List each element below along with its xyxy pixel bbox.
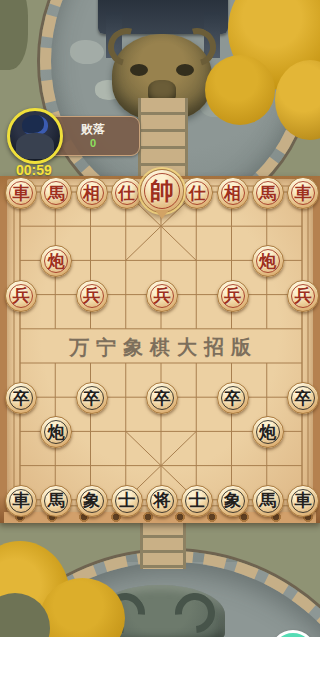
piece-ring	[291, 284, 315, 308]
piece-ring	[150, 489, 174, 513]
piece-red-炮[interactable]: 炮	[252, 245, 284, 277]
piece-black-車[interactable]: 車	[287, 485, 319, 517]
piece-red-相[interactable]: 相	[217, 177, 249, 209]
hedge	[0, 0, 28, 70]
piece-black-卒[interactable]: 卒	[76, 382, 108, 414]
piece-ring	[80, 489, 104, 513]
piece-black-象[interactable]: 象	[76, 485, 108, 517]
piece-ring	[256, 249, 280, 273]
piece-ring	[221, 489, 245, 513]
piece-ring	[221, 386, 245, 410]
piece-ring	[115, 489, 139, 513]
avatar-body-icon	[16, 133, 54, 159]
dragon-eye-icon	[176, 64, 194, 76]
piece-red-兵[interactable]: 兵	[5, 280, 37, 312]
piece-ring	[44, 489, 68, 513]
piece-black-士[interactable]: 士	[111, 485, 143, 517]
dragon-eye-icon	[130, 64, 148, 76]
piece-ring	[9, 181, 33, 205]
bottom-white-strip	[0, 637, 320, 693]
avatar-hair-icon	[22, 115, 48, 135]
piece-ring	[291, 181, 315, 205]
piece-ring	[80, 284, 104, 308]
stone-path-top	[138, 98, 188, 178]
piece-ring	[9, 489, 33, 513]
piece-red-兵[interactable]: 兵	[76, 280, 108, 312]
piece-ring	[9, 386, 33, 410]
piece-ring	[256, 489, 280, 513]
piece-ring	[144, 173, 180, 209]
piece-ring	[115, 181, 139, 205]
piece-black-卒[interactable]: 卒	[217, 382, 249, 414]
piece-red-兵[interactable]: 兵	[217, 280, 249, 312]
gate-structure	[98, 0, 228, 34]
piece-ring	[185, 489, 209, 513]
river-text: 万宁象棋大招版	[0, 334, 320, 361]
piece-black-士[interactable]: 士	[181, 485, 213, 517]
piece-red-仕[interactable]: 仕	[111, 177, 143, 209]
piece-black-卒[interactable]: 卒	[5, 382, 37, 414]
piece-ring	[256, 420, 280, 444]
player-score: 0	[90, 137, 96, 150]
piece-black-馬[interactable]: 馬	[252, 485, 284, 517]
piece-black-象[interactable]: 象	[217, 485, 249, 517]
piece-ring	[291, 489, 315, 513]
piece-ring	[256, 181, 280, 205]
piece-ring	[291, 386, 315, 410]
stone-path-bottom	[140, 523, 186, 569]
game-screen: 败落 0 00:59 万宁象棋大招版 車馬相仕帥仕相馬車炮炮兵兵兵兵兵卒卒卒卒卒…	[0, 0, 320, 693]
piece-black-卒[interactable]: 卒	[146, 382, 178, 414]
piece-black-炮[interactable]: 炮	[252, 416, 284, 448]
stone-chip	[70, 40, 104, 64]
piece-red-兵[interactable]: 兵	[287, 280, 319, 312]
piece-red-相[interactable]: 相	[76, 177, 108, 209]
piece-red-馬[interactable]: 馬	[40, 177, 72, 209]
player-name: 败落	[81, 122, 105, 137]
piece-ring	[80, 181, 104, 205]
piece-ring	[221, 181, 245, 205]
piece-ring	[221, 284, 245, 308]
piece-black-卒[interactable]: 卒	[287, 382, 319, 414]
piece-red-帥[interactable]: 帥	[140, 169, 184, 213]
piece-red-車[interactable]: 車	[5, 177, 37, 209]
piece-ring	[80, 386, 104, 410]
piece-ring	[9, 284, 33, 308]
piece-red-兵[interactable]: 兵	[146, 280, 178, 312]
xiangqi-board[interactable]: 万宁象棋大招版 車馬相仕帥仕相馬車炮炮兵兵兵兵兵卒卒卒卒卒炮炮車馬象士将士象馬車	[0, 176, 320, 523]
piece-red-仕[interactable]: 仕	[181, 177, 213, 209]
piece-black-将[interactable]: 将	[146, 485, 178, 517]
move-timer: 00:59	[16, 162, 52, 178]
bottom-scenery	[0, 523, 320, 637]
piece-ring	[150, 386, 174, 410]
player-avatar[interactable]	[7, 108, 63, 164]
piece-red-馬[interactable]: 馬	[252, 177, 284, 209]
piece-red-車[interactable]: 車	[287, 177, 319, 209]
piece-ring	[150, 284, 174, 308]
piece-black-車[interactable]: 車	[5, 485, 37, 517]
tree-canopy	[205, 55, 275, 125]
piece-black-馬[interactable]: 馬	[40, 485, 72, 517]
